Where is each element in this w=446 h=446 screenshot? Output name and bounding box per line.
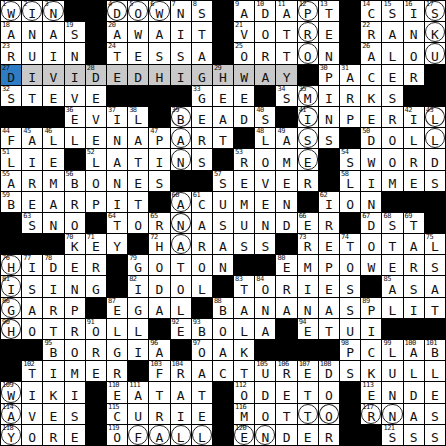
cell-r21c19[interactable]: 121S xyxy=(382,425,402,445)
cell-r14c7[interactable]: 82I xyxy=(128,276,148,296)
cell-r20c2[interactable]: V xyxy=(22,404,42,424)
cell-r15c21[interactable]: T xyxy=(425,298,445,318)
cell-r4c4[interactable]: I xyxy=(65,65,85,85)
cell-r15c1[interactable]: 86G xyxy=(1,298,21,318)
cell-r6c20[interactable]: 42I xyxy=(404,107,424,127)
cell-r5c14[interactable]: 34S xyxy=(276,86,296,106)
cell-r2c20[interactable]: N xyxy=(404,22,424,42)
cell-r15c13[interactable]: N xyxy=(255,298,275,318)
cell-r5c10[interactable]: 33G xyxy=(192,86,212,106)
cell-r18c15[interactable]: 107E xyxy=(298,361,318,381)
cell-r7c15[interactable]: S xyxy=(298,128,318,148)
cell-r21c13[interactable]: N xyxy=(255,425,275,445)
cell-r6c11[interactable]: A xyxy=(213,107,233,127)
cell-r3c21[interactable]: U xyxy=(425,43,445,63)
cell-r15c9[interactable]: L xyxy=(171,298,191,318)
cell-r9c13[interactable]: V xyxy=(255,171,275,191)
cell-r1c18[interactable]: 14C xyxy=(361,1,381,21)
cell-r10c7[interactable]: T xyxy=(128,192,148,212)
cell-r1c1[interactable]: 1W xyxy=(1,1,21,21)
cell-r4c14[interactable]: Y xyxy=(276,65,296,85)
cell-r4c9[interactable]: I xyxy=(171,65,191,85)
cell-r19c8[interactable]: T xyxy=(149,382,169,402)
cell-r10c1[interactable]: 59B xyxy=(1,192,21,212)
cell-r9c15[interactable]: R xyxy=(298,171,318,191)
cell-r4c16[interactable]: 30P xyxy=(319,65,339,85)
cell-r5c16[interactable]: I xyxy=(319,86,339,106)
cell-r15c3[interactable]: R xyxy=(43,298,63,318)
cell-r21c20[interactable]: S xyxy=(404,425,424,445)
cell-r6c13[interactable]: 40S xyxy=(255,107,275,127)
cell-r3c14[interactable]: T xyxy=(276,43,296,63)
cell-r9c1[interactable]: 55A xyxy=(1,171,21,191)
cell-r2c14[interactable]: T xyxy=(276,22,296,42)
cell-r19c10[interactable]: T xyxy=(192,382,212,402)
cell-r21c7[interactable]: F xyxy=(128,425,148,445)
cell-r17c18[interactable]: C xyxy=(361,340,381,360)
cell-r3c15[interactable]: O xyxy=(298,43,318,63)
cell-r6c21[interactable]: 43L xyxy=(425,107,445,127)
cell-r8c3[interactable]: E xyxy=(43,149,63,169)
cell-r15c18[interactable]: 89P xyxy=(361,298,381,318)
cell-r4c13[interactable]: A xyxy=(255,65,275,85)
cell-r19c6[interactable]: 110E xyxy=(107,382,127,402)
cell-r1c6[interactable]: 4D xyxy=(107,1,127,21)
cell-r7c14[interactable]: 49A xyxy=(276,128,296,148)
cell-r18c2[interactable]: 102T xyxy=(22,361,42,381)
cell-r13c7[interactable]: 79G xyxy=(128,255,148,275)
cell-r18c8[interactable]: 103F xyxy=(149,361,169,381)
cell-r10c16[interactable]: 62I xyxy=(319,192,339,212)
cell-r8c10[interactable]: S xyxy=(192,149,212,169)
cell-r18c19[interactable]: U xyxy=(382,361,402,381)
cell-r9c7[interactable]: E xyxy=(128,171,148,191)
cell-r1c19[interactable]: 15S xyxy=(382,1,402,21)
cell-r10c13[interactable]: E xyxy=(255,192,275,212)
cell-r17c6[interactable]: G xyxy=(107,340,127,360)
cell-r16c6[interactable]: L xyxy=(107,319,127,339)
cell-r17c10[interactable]: 97O xyxy=(192,340,212,360)
cell-r10c17[interactable]: O xyxy=(340,192,360,212)
cell-r8c9[interactable]: N xyxy=(171,149,191,169)
cell-r1c10[interactable]: 8S xyxy=(192,1,212,21)
cell-r21c14[interactable]: D xyxy=(276,425,296,445)
cell-r13c2[interactable]: 77I xyxy=(22,255,42,275)
cell-r5c15[interactable]: 35M xyxy=(298,86,318,106)
cell-r18c18[interactable]: K xyxy=(361,361,381,381)
cell-r4c6[interactable]: E xyxy=(107,65,127,85)
cell-r6c4[interactable]: 36E xyxy=(65,107,85,127)
cell-r5c5[interactable]: E xyxy=(86,86,106,106)
cell-r19c7[interactable]: 111A xyxy=(128,382,148,402)
cell-r5c19[interactable]: S xyxy=(382,86,402,106)
cell-r3c7[interactable]: E xyxy=(128,43,148,63)
cell-r1c2[interactable]: 2I xyxy=(22,1,42,21)
cell-r6c12[interactable]: D xyxy=(234,107,254,127)
cell-r20c3[interactable]: E xyxy=(43,404,63,424)
cell-r13c19[interactable]: E xyxy=(382,255,402,275)
cell-r4c19[interactable]: E xyxy=(382,65,402,85)
cell-r12c15[interactable]: 73R xyxy=(298,234,318,254)
cell-r17c20[interactable]: 100A xyxy=(404,340,424,360)
cell-r13c1[interactable]: 76H xyxy=(1,255,21,275)
cell-r7c16[interactable]: S xyxy=(319,128,339,148)
cell-r1c21[interactable]: 17S xyxy=(425,1,445,21)
cell-r14c14[interactable]: R xyxy=(276,276,296,296)
cell-r2c10[interactable]: T xyxy=(192,22,212,42)
cell-r18c14[interactable]: 106R xyxy=(276,361,296,381)
cell-r16c3[interactable]: T xyxy=(43,319,63,339)
cell-r12c9[interactable]: A xyxy=(171,234,191,254)
cell-r20c16[interactable]: O xyxy=(319,404,339,424)
cell-r1c7[interactable]: 5O xyxy=(128,1,148,21)
cell-r9c6[interactable]: N xyxy=(107,171,127,191)
cell-r12c10[interactable]: R xyxy=(192,234,212,254)
cell-r20c15[interactable]: T xyxy=(298,404,318,424)
cell-r7c20[interactable]: L xyxy=(404,128,424,148)
cell-r9c11[interactable]: 57S xyxy=(213,171,233,191)
cell-r20c9[interactable]: I xyxy=(171,404,191,424)
cell-r6c5[interactable]: V xyxy=(86,107,106,127)
cell-r21c6[interactable]: 119O xyxy=(107,425,127,445)
cell-r19c14[interactable]: E xyxy=(276,382,296,402)
cell-r18c17[interactable]: S xyxy=(340,361,360,381)
cell-r8c18[interactable]: W xyxy=(361,149,381,169)
cell-r8c20[interactable]: R xyxy=(404,149,424,169)
cell-r15c15[interactable]: N xyxy=(298,298,318,318)
cell-r2c12[interactable]: 21V xyxy=(234,22,254,42)
cell-r11c2[interactable]: 63S xyxy=(22,213,42,233)
cell-r16c18[interactable]: I xyxy=(361,319,381,339)
cell-r21c16[interactable]: R xyxy=(319,425,339,445)
cell-r17c12[interactable]: K xyxy=(234,340,254,360)
cell-r11c6[interactable]: 64T xyxy=(107,213,127,233)
cell-r3c3[interactable]: I xyxy=(43,43,63,63)
cell-r11c10[interactable]: A xyxy=(192,213,212,233)
cell-r11c19[interactable]: 68S xyxy=(382,213,402,233)
cell-r10c2[interactable]: E xyxy=(22,192,42,212)
cell-r8c14[interactable]: M xyxy=(276,149,296,169)
cell-r15c2[interactable]: A xyxy=(22,298,42,318)
cell-r12c17[interactable]: 74T xyxy=(340,234,360,254)
cell-r19c4[interactable]: I xyxy=(65,382,85,402)
cell-r20c10[interactable]: E xyxy=(192,404,212,424)
cell-r2c13[interactable]: O xyxy=(255,22,275,42)
cell-r3c9[interactable]: S xyxy=(171,43,191,63)
cell-r1c16[interactable]: 13T xyxy=(319,1,339,21)
cell-r2c21[interactable]: K xyxy=(425,22,445,42)
cell-r4c10[interactable]: G xyxy=(192,65,212,85)
cell-r2c19[interactable]: A xyxy=(382,22,402,42)
cell-r21c9[interactable]: L xyxy=(171,425,191,445)
cell-r2c16[interactable]: E xyxy=(319,22,339,42)
cell-r7c8[interactable]: 47P xyxy=(149,128,169,148)
cell-r9c20[interactable]: E xyxy=(404,171,424,191)
cell-r8c19[interactable]: O xyxy=(382,149,402,169)
cell-r2c7[interactable]: W xyxy=(128,22,148,42)
cell-r21c8[interactable]: A xyxy=(149,425,169,445)
cell-r13c16[interactable]: P xyxy=(319,255,339,275)
cell-r3c8[interactable]: S xyxy=(149,43,169,63)
cell-r7c2[interactable]: 45A xyxy=(22,128,42,148)
cell-r5c17[interactable]: R xyxy=(340,86,360,106)
cell-r20c6[interactable]: 115C xyxy=(107,404,127,424)
cell-r7c1[interactable]: 44F xyxy=(1,128,21,148)
cell-r14c17[interactable]: S xyxy=(340,276,360,296)
cell-r19c20[interactable]: D xyxy=(404,382,424,402)
cell-r20c1[interactable]: 114A xyxy=(1,404,21,424)
cell-r3c19[interactable]: L xyxy=(382,43,402,63)
cell-r5c2[interactable]: T xyxy=(22,86,42,106)
cell-r16c9[interactable]: 92E xyxy=(171,319,191,339)
cell-r18c13[interactable]: 105U xyxy=(255,361,275,381)
cell-r10c4[interactable]: R xyxy=(65,192,85,212)
cell-r20c18[interactable]: 117R xyxy=(361,404,381,424)
cell-r9c21[interactable]: S xyxy=(425,171,445,191)
cell-r15c19[interactable]: L xyxy=(382,298,402,318)
cell-r10c11[interactable]: U xyxy=(213,192,233,212)
cell-r20c19[interactable]: N xyxy=(382,404,402,424)
cell-r19c3[interactable]: K xyxy=(43,382,63,402)
cell-r14c5[interactable]: G xyxy=(86,276,106,296)
cell-r15c4[interactable]: P xyxy=(65,298,85,318)
cell-r11c4[interactable]: O xyxy=(65,213,85,233)
cell-r6c19[interactable]: R xyxy=(382,107,402,127)
cell-r13c15[interactable]: M xyxy=(298,255,318,275)
cell-r19c15[interactable]: T xyxy=(298,382,318,402)
cell-r19c21[interactable]: E xyxy=(425,382,445,402)
cell-r5c3[interactable]: E xyxy=(43,86,63,106)
cell-r12c18[interactable]: O xyxy=(361,234,381,254)
cell-r8c1[interactable]: 51L xyxy=(1,149,21,169)
cell-r21c10[interactable]: L xyxy=(192,425,212,445)
cell-r19c1[interactable]: 109W xyxy=(1,382,21,402)
cell-r15c16[interactable]: A xyxy=(319,298,339,318)
cell-r4c20[interactable]: R xyxy=(404,65,424,85)
cell-r5c12[interactable]: E xyxy=(234,86,254,106)
cell-r15c8[interactable]: A xyxy=(149,298,169,318)
cell-r14c2[interactable]: S xyxy=(22,276,42,296)
cell-r6c10[interactable]: E xyxy=(192,107,212,127)
cell-r19c16[interactable]: O xyxy=(319,382,339,402)
cell-r11c15[interactable]: 66E xyxy=(298,213,318,233)
cell-r3c20[interactable]: O xyxy=(404,43,424,63)
cell-r13c4[interactable]: E xyxy=(65,255,85,275)
cell-r14c8[interactable]: D xyxy=(149,276,169,296)
cell-r10c14[interactable]: N xyxy=(276,192,296,212)
cell-r9c4[interactable]: 56B xyxy=(65,171,85,191)
cell-r15c11[interactable]: 88B xyxy=(213,298,233,318)
cell-r9c5[interactable]: O xyxy=(86,171,106,191)
cell-r14c16[interactable]: E xyxy=(319,276,339,296)
cell-r6c7[interactable]: 38L xyxy=(128,107,148,127)
cell-r15c20[interactable]: I xyxy=(404,298,424,318)
cell-r16c10[interactable]: 93B xyxy=(192,319,212,339)
cell-r6c6[interactable]: 37I xyxy=(107,107,127,127)
cell-r6c17[interactable]: P xyxy=(340,107,360,127)
cell-r21c15[interactable]: E xyxy=(298,425,318,445)
cell-r4c3[interactable]: V xyxy=(43,65,63,85)
cell-r11c14[interactable]: D xyxy=(276,213,296,233)
cell-r3c18[interactable]: 26A xyxy=(361,43,381,63)
cell-r7c9[interactable]: A xyxy=(171,128,191,148)
cell-r8c8[interactable]: I xyxy=(149,149,169,169)
cell-r13c5[interactable]: R xyxy=(86,255,106,275)
cell-r2c6[interactable]: 20A xyxy=(107,22,127,42)
cell-r4c1[interactable]: 27D xyxy=(1,65,21,85)
cell-r2c4[interactable]: 19S xyxy=(65,22,85,42)
cell-r12c5[interactable]: 71E xyxy=(86,234,106,254)
cell-r14c13[interactable]: 84O xyxy=(255,276,275,296)
cell-r7c11[interactable]: T xyxy=(213,128,233,148)
cell-r16c4[interactable]: R xyxy=(65,319,85,339)
cell-r10c10[interactable]: 61C xyxy=(192,192,212,212)
cell-r7c7[interactable]: A xyxy=(128,128,148,148)
cell-r16c13[interactable]: A xyxy=(255,319,275,339)
cell-r21c12[interactable]: 120E xyxy=(234,425,254,445)
cell-r7c4[interactable]: L xyxy=(65,128,85,148)
cell-r3c6[interactable]: 24T xyxy=(107,43,127,63)
cell-r13c3[interactable]: 78D xyxy=(43,255,63,275)
cell-r16c16[interactable]: T xyxy=(319,319,339,339)
cell-r19c18[interactable]: 113E xyxy=(361,382,381,402)
cell-r4c17[interactable]: 31A xyxy=(340,65,360,85)
cell-r14c20[interactable]: S xyxy=(404,276,424,296)
cell-r1c8[interactable]: 6W xyxy=(149,1,169,21)
cell-r16c1[interactable]: 90H xyxy=(1,319,21,339)
cell-r19c2[interactable]: I xyxy=(22,382,42,402)
cell-r2c3[interactable]: A xyxy=(43,22,63,42)
cell-r17c8[interactable]: 96A xyxy=(149,340,169,360)
cell-r15c7[interactable]: G xyxy=(128,298,148,318)
cell-r17c11[interactable]: A xyxy=(213,340,233,360)
cell-r11c18[interactable]: 67D xyxy=(361,213,381,233)
cell-r16c2[interactable]: O xyxy=(22,319,42,339)
cell-r4c11[interactable]: 29H xyxy=(213,65,233,85)
cell-r20c13[interactable]: O xyxy=(255,404,275,424)
cell-r4c12[interactable]: W xyxy=(234,65,254,85)
cell-r7c21[interactable]: L xyxy=(425,128,445,148)
cell-r5c18[interactable]: K xyxy=(361,86,381,106)
cell-r16c11[interactable]: O xyxy=(213,319,233,339)
cell-r19c13[interactable]: D xyxy=(255,382,275,402)
cell-r4c2[interactable]: I xyxy=(22,65,42,85)
cell-r4c8[interactable]: H xyxy=(149,65,169,85)
cell-r12c19[interactable]: T xyxy=(382,234,402,254)
cell-r12c11[interactable]: A xyxy=(213,234,233,254)
cell-r1c3[interactable]: 3N xyxy=(43,1,63,21)
cell-r11c7[interactable]: O xyxy=(128,213,148,233)
cell-r8c13[interactable]: O xyxy=(255,149,275,169)
cell-r12c12[interactable]: S xyxy=(234,234,254,254)
cell-r11c16[interactable]: R xyxy=(319,213,339,233)
cell-r2c1[interactable]: 18A xyxy=(1,22,21,42)
cell-r12c20[interactable]: A xyxy=(404,234,424,254)
cell-r7c10[interactable]: R xyxy=(192,128,212,148)
cell-r16c7[interactable]: L xyxy=(128,319,148,339)
cell-r9c17[interactable]: 58L xyxy=(340,171,360,191)
cell-r12c16[interactable]: E xyxy=(319,234,339,254)
cell-r3c12[interactable]: 25O xyxy=(234,43,254,63)
cell-r2c18[interactable]: 22R xyxy=(361,22,381,42)
cell-r13c21[interactable]: S xyxy=(425,255,445,275)
cell-r21c4[interactable]: E xyxy=(65,425,85,445)
cell-r1c12[interactable]: 9A xyxy=(234,1,254,21)
cell-r10c9[interactable]: 60A xyxy=(171,192,191,212)
cell-r11c13[interactable]: N xyxy=(255,213,275,233)
cell-r10c6[interactable]: I xyxy=(107,192,127,212)
cell-r7c19[interactable]: O xyxy=(382,128,402,148)
cell-r9c19[interactable]: M xyxy=(382,171,402,191)
cell-r15c6[interactable]: 87E xyxy=(107,298,127,318)
cell-r18c9[interactable]: 104R xyxy=(171,361,191,381)
cell-r3c16[interactable]: N xyxy=(319,43,339,63)
cell-r8c15[interactable]: E xyxy=(298,149,318,169)
cell-r13c17[interactable]: O xyxy=(340,255,360,275)
cell-r13c14[interactable]: 80E xyxy=(276,255,296,275)
cell-r18c4[interactable]: M xyxy=(65,361,85,381)
cell-r20c7[interactable]: U xyxy=(128,404,148,424)
crossword-board[interactable]: 1W2I3N4D5O6W7N8S9A10D11A12P13T14C15S16I1… xyxy=(0,0,446,446)
cell-r13c9[interactable]: T xyxy=(171,255,191,275)
cell-r21c3[interactable]: R xyxy=(43,425,63,445)
cell-r18c20[interactable]: L xyxy=(404,361,424,381)
cell-r18c12[interactable]: T xyxy=(234,361,254,381)
cell-r20c12[interactable]: 116M xyxy=(234,404,254,424)
cell-r3c1[interactable]: 23R xyxy=(1,43,21,63)
cell-r7c18[interactable]: 50D xyxy=(361,128,381,148)
cell-r12c21[interactable]: 75L xyxy=(425,234,445,254)
cell-r1c13[interactable]: 10D xyxy=(255,1,275,21)
cell-r11c12[interactable]: U xyxy=(234,213,254,233)
cell-r8c21[interactable]: D xyxy=(425,149,445,169)
cell-r8c5[interactable]: 52L xyxy=(86,149,106,169)
cell-r21c21[interactable]: S xyxy=(425,425,445,445)
cell-r17c19[interactable]: 99L xyxy=(382,340,402,360)
cell-r3c2[interactable]: U xyxy=(22,43,42,63)
cell-r1c20[interactable]: 16I xyxy=(404,1,424,21)
cell-r8c2[interactable]: I xyxy=(22,149,42,169)
cell-r9c3[interactable]: M xyxy=(43,171,63,191)
cell-r4c7[interactable]: D xyxy=(128,65,148,85)
cell-r5c4[interactable]: V xyxy=(65,86,85,106)
cell-r13c11[interactable]: N xyxy=(213,255,233,275)
cell-r11c11[interactable]: S xyxy=(213,213,233,233)
cell-r12c4[interactable]: 70K xyxy=(65,234,85,254)
cell-r13c8[interactable]: O xyxy=(149,255,169,275)
cell-r9c8[interactable]: S xyxy=(149,171,169,191)
cell-r13c10[interactable]: O xyxy=(192,255,212,275)
cell-r20c14[interactable]: T xyxy=(276,404,296,424)
cell-r14c19[interactable]: 85A xyxy=(382,276,402,296)
cell-r17c3[interactable]: 95B xyxy=(43,340,63,360)
cell-r1c15[interactable]: 12P xyxy=(298,1,318,21)
cell-r3c13[interactable]: R xyxy=(255,43,275,63)
cell-r1c14[interactable]: 11A xyxy=(276,1,296,21)
cell-r20c21[interactable]: S xyxy=(425,404,445,424)
cell-r9c12[interactable]: E xyxy=(234,171,254,191)
cell-r20c20[interactable]: A xyxy=(404,404,424,424)
cell-r21c1[interactable]: 118Y xyxy=(1,425,21,445)
cell-r2c15[interactable]: R xyxy=(298,22,318,42)
cell-r8c12[interactable]: 53R xyxy=(234,149,254,169)
cell-r9c2[interactable]: R xyxy=(22,171,42,191)
cell-r8c6[interactable]: A xyxy=(107,149,127,169)
cell-r19c9[interactable]: A xyxy=(171,382,191,402)
cell-r20c4[interactable]: S xyxy=(65,404,85,424)
cell-r4c5[interactable]: 28D xyxy=(86,65,106,85)
cell-r14c3[interactable]: I xyxy=(43,276,63,296)
